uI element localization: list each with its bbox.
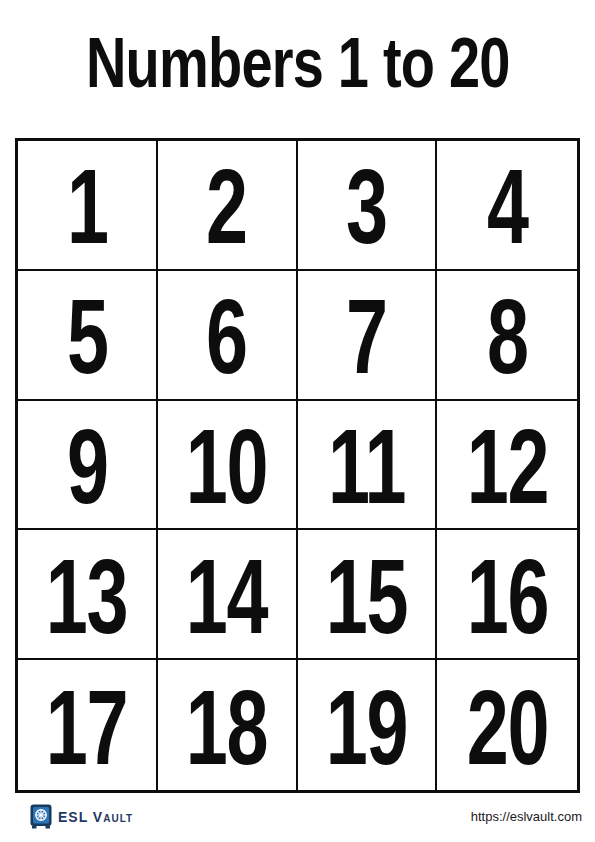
cell-number: 20 (467, 675, 548, 780)
grid-cell-2: 2 (158, 141, 298, 271)
page-title: Numbers 1 to 20 (0, 28, 595, 98)
cell-number: 15 (326, 544, 407, 649)
grid-cell-6: 6 (158, 271, 298, 401)
cell-number: 19 (326, 675, 407, 780)
grid-cell-15: 15 (298, 530, 438, 660)
cell-number: 2 (206, 154, 247, 259)
cell-number: 8 (487, 284, 528, 389)
grid-cell-9: 9 (18, 401, 158, 531)
cell-number: 7 (346, 284, 387, 389)
brand-name: ESL Vault (58, 809, 133, 825)
cell-number: 16 (467, 544, 548, 649)
cell-number: 5 (67, 284, 108, 389)
cell-number: 4 (487, 154, 528, 259)
grid-cell-10: 10 (158, 401, 298, 531)
cell-number: 3 (346, 154, 387, 259)
cell-number: 6 (206, 284, 247, 389)
cell-number: 18 (186, 675, 267, 780)
footer: ESL Vault https://eslvault.com (30, 804, 582, 829)
cell-number: 17 (46, 675, 127, 780)
grid-cell-12: 12 (437, 401, 577, 531)
grid-cell-7: 7 (298, 271, 438, 401)
grid-cell-16: 16 (437, 530, 577, 660)
cell-number: 9 (67, 414, 108, 519)
grid-cell-19: 19 (298, 660, 438, 790)
grid-cell-1: 1 (18, 141, 158, 271)
page-title-text: Numbers 1 to 20 (86, 28, 510, 98)
grid-cell-3: 3 (298, 141, 438, 271)
cell-number: 10 (186, 414, 267, 519)
cell-number: 12 (467, 414, 548, 519)
grid-cell-20: 20 (437, 660, 577, 790)
grid-cell-13: 13 (18, 530, 158, 660)
cell-number: 1 (67, 154, 108, 259)
worksheet-page: Numbers 1 to 20 123456789101112131415161… (0, 0, 595, 842)
vault-safe-icon (30, 804, 52, 829)
grid-cell-11: 11 (298, 401, 438, 531)
cell-number: 11 (328, 414, 405, 519)
grid-cell-8: 8 (437, 271, 577, 401)
grid-cell-17: 17 (18, 660, 158, 790)
cell-number: 14 (186, 544, 267, 649)
cell-number: 13 (46, 544, 127, 649)
brand-logo[interactable]: ESL Vault (30, 804, 133, 829)
grid-cell-5: 5 (18, 271, 158, 401)
grid-cell-18: 18 (158, 660, 298, 790)
grid-cell-4: 4 (437, 141, 577, 271)
website-url[interactable]: https://eslvault.com (471, 809, 582, 824)
numbers-grid: 1234567891011121314151617181920 (15, 138, 580, 793)
grid-cell-14: 14 (158, 530, 298, 660)
